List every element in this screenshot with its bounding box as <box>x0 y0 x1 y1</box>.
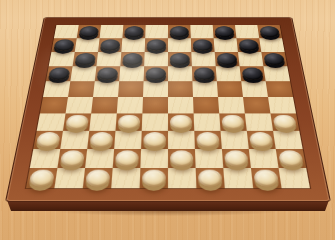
board-frame-front-edge <box>0 200 335 212</box>
square-r6c3[interactable] <box>91 97 118 113</box>
square-r4c3[interactable]: ⛂ <box>94 66 120 81</box>
white-checker-piece[interactable]: ⛀ <box>28 169 54 186</box>
white-piece-glyph: ⛀ <box>196 132 197 133</box>
white-piece-glyph: ⛀ <box>248 132 249 133</box>
square-r10c4 <box>111 168 140 188</box>
square-r4c1[interactable]: ⛂ <box>45 66 72 81</box>
black-checker-piece[interactable]: ⛂ <box>169 53 189 65</box>
white-piece-glyph: ⛀ <box>170 114 171 115</box>
black-piece-glyph: ⛂ <box>55 39 56 40</box>
square-r8c7[interactable]: ⛀ <box>194 131 222 149</box>
square-r6c6 <box>168 97 194 113</box>
white-checker-piece[interactable]: ⛀ <box>272 114 296 129</box>
white-checker-piece[interactable]: ⛀ <box>224 150 248 166</box>
square-r9c1 <box>29 149 59 168</box>
square-r7c8[interactable]: ⛀ <box>219 113 247 130</box>
square-r7c5 <box>141 113 167 130</box>
white-piece-glyph: ⛀ <box>31 169 32 170</box>
white-checker-piece[interactable]: ⛀ <box>117 114 140 129</box>
white-checker-piece[interactable]: ⛀ <box>221 114 244 129</box>
white-piece-glyph: ⛀ <box>142 169 143 170</box>
square-r2c6 <box>168 38 191 52</box>
square-r2c2 <box>74 38 99 52</box>
square-r4c9[interactable]: ⛂ <box>239 66 265 81</box>
square-r3c4[interactable]: ⛂ <box>120 52 144 66</box>
square-r5c1 <box>43 81 70 97</box>
black-piece-glyph: ⛂ <box>101 39 102 40</box>
square-r7c9 <box>244 113 272 130</box>
black-checker-piece[interactable]: ⛂ <box>192 39 212 50</box>
square-r10c1[interactable]: ⛀ <box>26 168 57 188</box>
white-checker-piece[interactable]: ⛀ <box>65 114 89 129</box>
white-checker-piece[interactable]: ⛀ <box>248 132 272 147</box>
white-checker-piece[interactable]: ⛀ <box>85 169 110 186</box>
white-checker-piece[interactable]: ⛀ <box>115 150 139 166</box>
black-checker-piece[interactable]: ⛂ <box>78 26 98 37</box>
black-piece-glyph: ⛂ <box>263 53 264 54</box>
white-piece-glyph: ⛀ <box>118 114 119 115</box>
black-checker-piece[interactable]: ⛂ <box>216 53 237 65</box>
square-r3c3 <box>96 52 121 66</box>
square-r8c6 <box>168 131 195 149</box>
square-r8c10 <box>273 131 303 149</box>
square-r9c6[interactable]: ⛀ <box>168 149 196 168</box>
white-checker-piece[interactable]: ⛀ <box>35 132 60 147</box>
square-r4c2 <box>70 66 96 81</box>
black-checker-piece[interactable]: ⛂ <box>241 67 263 80</box>
square-r2c3[interactable]: ⛂ <box>98 38 122 52</box>
square-r2c4 <box>121 38 145 52</box>
square-r6c8 <box>218 97 245 113</box>
white-piece-glyph: ⛀ <box>91 132 92 133</box>
black-piece-glyph: ⛂ <box>98 67 99 68</box>
square-r7c4[interactable]: ⛀ <box>115 113 142 130</box>
square-r4c5[interactable]: ⛂ <box>143 66 167 81</box>
square-r9c2[interactable]: ⛀ <box>57 149 87 168</box>
square-r8c8 <box>220 131 248 149</box>
square-r5c4[interactable] <box>118 81 144 97</box>
square-r5c3 <box>93 81 119 97</box>
black-piece-glyph: ⛂ <box>146 67 147 68</box>
square-r8c3[interactable]: ⛀ <box>87 131 115 149</box>
white-piece-glyph: ⛀ <box>272 114 273 115</box>
square-r2c5[interactable]: ⛂ <box>144 38 167 52</box>
black-piece-glyph: ⛂ <box>125 26 126 27</box>
square-r10c7[interactable]: ⛀ <box>195 168 224 188</box>
black-checker-piece[interactable]: ⛂ <box>146 39 166 50</box>
square-r5c9 <box>241 81 268 97</box>
black-checker-piece[interactable]: ⛂ <box>214 26 234 37</box>
square-r2c9[interactable]: ⛂ <box>236 38 261 52</box>
white-checker-piece[interactable]: ⛀ <box>89 132 113 147</box>
white-piece-glyph: ⛀ <box>38 132 39 133</box>
black-checker-piece[interactable]: ⛂ <box>122 53 142 65</box>
square-r1c7 <box>190 25 213 38</box>
black-checker-piece[interactable]: ⛂ <box>193 67 214 80</box>
black-piece-glyph: ⛂ <box>80 26 81 27</box>
square-r9c10[interactable]: ⛀ <box>275 149 305 168</box>
square-r7c7 <box>193 113 220 130</box>
square-r1c2[interactable]: ⛂ <box>76 25 100 38</box>
square-r3c5 <box>144 52 168 66</box>
square-r4c10 <box>263 66 290 81</box>
square-r10c3[interactable]: ⛀ <box>82 168 112 188</box>
square-r1c1 <box>53 25 78 38</box>
square-r4c8 <box>215 66 241 81</box>
square-r3c9 <box>237 52 262 66</box>
black-checker-piece[interactable]: ⛂ <box>259 26 280 37</box>
black-piece-glyph: ⛂ <box>216 53 217 54</box>
white-piece-glyph: ⛀ <box>62 150 63 151</box>
square-r3c6[interactable]: ⛂ <box>168 52 192 66</box>
black-piece-glyph: ⛂ <box>214 26 215 27</box>
white-piece-glyph: ⛀ <box>116 150 117 151</box>
square-r9c5 <box>140 149 168 168</box>
black-checker-piece[interactable]: ⛂ <box>263 53 285 65</box>
square-r9c9 <box>248 149 278 168</box>
white-piece-glyph: ⛀ <box>143 132 144 133</box>
black-checker-piece[interactable]: ⛂ <box>100 39 120 50</box>
photo-of-checkers-board: ⛂⛂⛂⛂⛂⛂⛂⛂⛂⛂⛂⛂⛂⛂⛂⛂⛂⛂⛂⛂⛀⛀⛀⛀⛀⛀⛀⛀⛀⛀⛀⛀⛀⛀⛀⛀⛀⛀⛀⛀ <box>0 0 335 240</box>
square-r1c5 <box>145 25 168 38</box>
square-r1c3 <box>99 25 123 38</box>
square-r9c8[interactable]: ⛀ <box>221 149 250 168</box>
square-r2c7[interactable]: ⛂ <box>190 38 214 52</box>
square-r5c6[interactable] <box>168 81 193 97</box>
square-r4c4 <box>119 66 144 81</box>
black-checker-piece[interactable]: ⛂ <box>48 67 70 80</box>
black-piece-glyph: ⛂ <box>169 26 170 27</box>
square-r2c1[interactable]: ⛂ <box>51 38 76 52</box>
square-r7c1 <box>36 113 65 130</box>
square-r6c5[interactable] <box>142 97 168 113</box>
square-r5c10[interactable] <box>265 81 292 97</box>
black-piece-glyph: ⛂ <box>238 39 239 40</box>
square-r3c7 <box>191 52 215 66</box>
square-r10c8 <box>223 168 253 188</box>
white-checker-piece[interactable]: ⛀ <box>278 150 304 166</box>
square-r9c3 <box>85 149 114 168</box>
white-checker-piece[interactable]: ⛀ <box>143 132 166 147</box>
square-r7c10[interactable]: ⛀ <box>270 113 299 130</box>
square-r10c2 <box>54 168 85 188</box>
black-piece-glyph: ⛂ <box>193 67 194 68</box>
white-piece-glyph: ⛀ <box>253 169 254 170</box>
board-grid: ⛂⛂⛂⛂⛂⛂⛂⛂⛂⛂⛂⛂⛂⛂⛂⛂⛂⛂⛂⛂⛀⛀⛀⛀⛀⛀⛀⛀⛀⛀⛀⛀⛀⛀⛀⛀⛀⛀⛀⛀ <box>26 25 310 188</box>
square-r4c7[interactable]: ⛂ <box>191 66 216 81</box>
square-r3c1 <box>48 52 74 66</box>
board-frame: ⛂⛂⛂⛂⛂⛂⛂⛂⛂⛂⛂⛂⛂⛂⛂⛂⛂⛂⛂⛂⛀⛀⛀⛀⛀⛀⛀⛀⛀⛀⛀⛀⛀⛀⛀⛀⛀⛀⛀⛀ <box>6 18 329 201</box>
square-r8c1[interactable]: ⛀ <box>33 131 63 149</box>
square-r3c8[interactable]: ⛂ <box>214 52 239 66</box>
square-r5c5 <box>143 81 168 97</box>
square-r10c5[interactable]: ⛀ <box>139 168 167 188</box>
square-r2c10 <box>259 38 284 52</box>
white-checker-piece[interactable]: ⛀ <box>196 132 219 147</box>
square-r9c4[interactable]: ⛀ <box>112 149 140 168</box>
white-piece-glyph: ⛀ <box>87 169 88 170</box>
white-checker-piece[interactable]: ⛀ <box>59 150 84 166</box>
square-r6c10 <box>268 97 296 113</box>
black-checker-piece[interactable]: ⛂ <box>53 39 74 50</box>
white-checker-piece[interactable]: ⛀ <box>197 169 221 186</box>
square-r10c9[interactable]: ⛀ <box>250 168 281 188</box>
black-piece-glyph: ⛂ <box>76 53 77 54</box>
square-r1c10[interactable]: ⛂ <box>257 25 282 38</box>
square-r6c1[interactable] <box>39 97 67 113</box>
square-r8c9[interactable]: ⛀ <box>246 131 275 149</box>
checkers-board: ⛂⛂⛂⛂⛂⛂⛂⛂⛂⛂⛂⛂⛂⛂⛂⛂⛂⛂⛂⛂⛀⛀⛀⛀⛀⛀⛀⛀⛀⛀⛀⛀⛀⛀⛀⛀⛀⛀⛀⛀ <box>6 18 329 201</box>
square-r8c4 <box>114 131 142 149</box>
white-piece-glyph: ⛀ <box>278 150 279 151</box>
square-r2c8 <box>213 38 237 52</box>
white-piece-glyph: ⛀ <box>197 169 198 170</box>
black-checker-piece[interactable]: ⛂ <box>74 53 95 65</box>
black-checker-piece[interactable]: ⛂ <box>96 67 117 80</box>
square-r1c8[interactable]: ⛂ <box>212 25 236 38</box>
square-r6c9[interactable] <box>243 97 270 113</box>
square-r6c7[interactable] <box>193 97 219 113</box>
square-r10c6 <box>168 168 196 188</box>
square-r3c2[interactable]: ⛂ <box>72 52 97 66</box>
white-piece-glyph: ⛀ <box>221 114 222 115</box>
square-r5c2[interactable] <box>68 81 95 97</box>
black-piece-glyph: ⛂ <box>123 53 124 54</box>
white-piece-glyph: ⛀ <box>170 150 171 151</box>
square-r1c6[interactable]: ⛂ <box>168 25 191 38</box>
white-piece-glyph: ⛀ <box>67 114 68 115</box>
black-piece-glyph: ⛂ <box>259 26 260 27</box>
square-r4c6 <box>168 66 192 81</box>
black-piece-glyph: ⛂ <box>50 67 51 68</box>
white-piece-glyph: ⛀ <box>224 150 225 151</box>
square-r7c2[interactable]: ⛀ <box>62 113 90 130</box>
square-r1c9 <box>234 25 258 38</box>
black-checker-piece[interactable]: ⛂ <box>238 39 259 50</box>
black-checker-piece[interactable]: ⛂ <box>169 26 188 37</box>
square-r10c10 <box>278 168 309 188</box>
square-r5c7 <box>192 81 218 97</box>
square-r6c2 <box>65 97 92 113</box>
white-checker-piece[interactable]: ⛀ <box>141 169 165 186</box>
black-checker-piece[interactable]: ⛂ <box>124 26 144 37</box>
square-r9c7 <box>194 149 222 168</box>
black-piece-glyph: ⛂ <box>169 53 170 54</box>
square-r6c4 <box>116 97 142 113</box>
square-r8c2 <box>60 131 89 149</box>
square-r7c6[interactable]: ⛀ <box>168 113 194 130</box>
black-checker-piece[interactable]: ⛂ <box>145 67 165 80</box>
square-r3c10[interactable]: ⛂ <box>261 52 287 66</box>
white-checker-piece[interactable]: ⛀ <box>170 150 193 166</box>
square-r5c8[interactable] <box>216 81 242 97</box>
black-piece-glyph: ⛂ <box>241 67 242 68</box>
white-checker-piece[interactable]: ⛀ <box>170 114 192 129</box>
white-checker-piece[interactable]: ⛀ <box>253 169 279 186</box>
square-r1c4[interactable]: ⛂ <box>122 25 145 38</box>
black-piece-glyph: ⛂ <box>146 39 147 40</box>
square-r8c5[interactable]: ⛀ <box>141 131 168 149</box>
square-r7c3 <box>89 113 117 130</box>
black-piece-glyph: ⛂ <box>192 39 193 40</box>
